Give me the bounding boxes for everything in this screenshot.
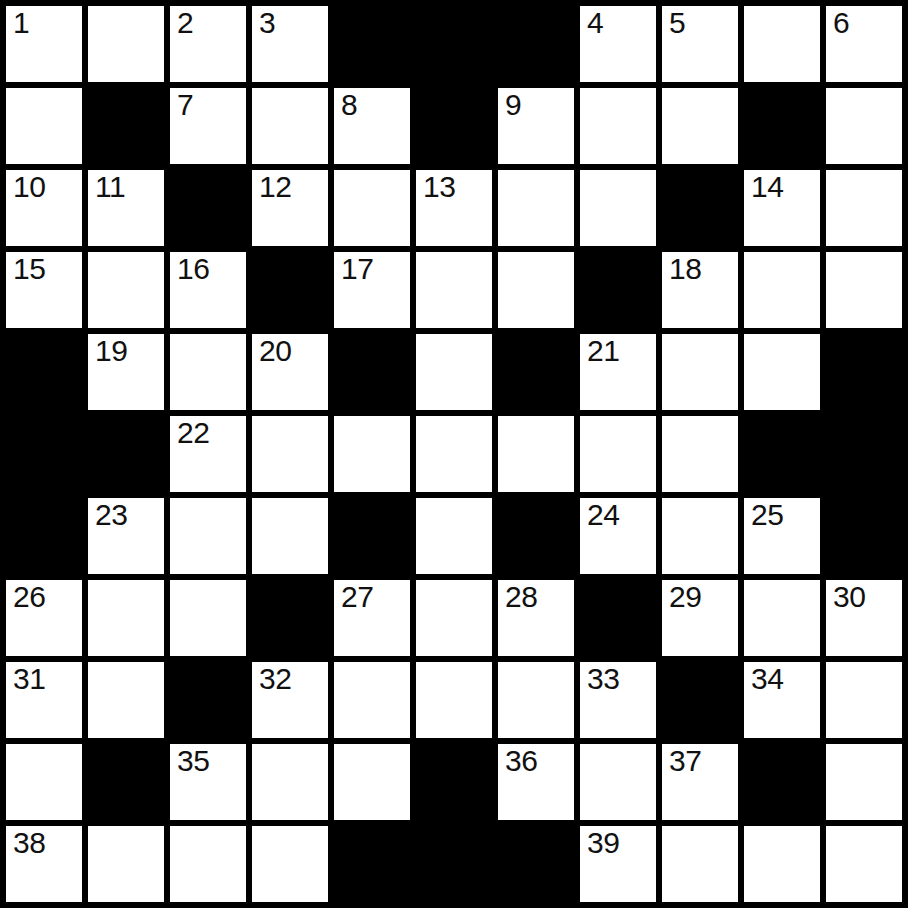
clue-number: 15 bbox=[13, 252, 45, 287]
white-cell[interactable] bbox=[252, 826, 328, 902]
clue-number: 5 bbox=[669, 6, 685, 41]
white-cell[interactable] bbox=[252, 416, 328, 492]
white-cell[interactable]: 16 bbox=[170, 252, 246, 328]
clue-number: 10 bbox=[13, 170, 45, 205]
clue-number: 26 bbox=[13, 580, 45, 615]
white-cell[interactable] bbox=[416, 334, 492, 410]
white-cell[interactable]: 15 bbox=[6, 252, 82, 328]
white-cell[interactable] bbox=[170, 826, 246, 902]
white-cell[interactable]: 22 bbox=[170, 416, 246, 492]
white-cell[interactable] bbox=[662, 498, 738, 574]
clue-number: 38 bbox=[13, 826, 45, 861]
white-cell[interactable]: 33 bbox=[580, 662, 656, 738]
white-cell[interactable] bbox=[416, 580, 492, 656]
black-cell bbox=[498, 498, 574, 574]
clue-number: 13 bbox=[423, 170, 455, 205]
white-cell[interactable] bbox=[744, 334, 820, 410]
black-cell bbox=[662, 662, 738, 738]
black-cell bbox=[498, 826, 574, 902]
black-cell bbox=[826, 416, 902, 492]
black-cell bbox=[334, 826, 410, 902]
white-cell[interactable] bbox=[498, 170, 574, 246]
white-cell[interactable]: 9 bbox=[498, 88, 574, 164]
black-cell bbox=[88, 88, 164, 164]
white-cell[interactable] bbox=[826, 826, 902, 902]
black-cell bbox=[334, 6, 410, 82]
clue-number: 24 bbox=[587, 498, 619, 533]
white-cell[interactable] bbox=[252, 498, 328, 574]
clue-number: 37 bbox=[669, 744, 701, 779]
clue-number: 25 bbox=[751, 498, 783, 533]
clue-number: 31 bbox=[13, 662, 45, 697]
black-cell bbox=[744, 88, 820, 164]
black-cell bbox=[498, 334, 574, 410]
white-cell[interactable] bbox=[580, 416, 656, 492]
white-cell[interactable]: 14 bbox=[744, 170, 820, 246]
clue-number: 32 bbox=[259, 662, 291, 697]
white-cell[interactable]: 20 bbox=[252, 334, 328, 410]
white-cell[interactable]: 21 bbox=[580, 334, 656, 410]
white-cell[interactable] bbox=[170, 580, 246, 656]
white-cell[interactable]: 3 bbox=[252, 6, 328, 82]
white-cell[interactable] bbox=[6, 88, 82, 164]
white-cell[interactable]: 29 bbox=[662, 580, 738, 656]
clue-number: 16 bbox=[177, 252, 209, 287]
white-cell[interactable]: 25 bbox=[744, 498, 820, 574]
white-cell[interactable] bbox=[662, 416, 738, 492]
clue-number: 34 bbox=[751, 662, 783, 697]
white-cell[interactable] bbox=[334, 170, 410, 246]
clue-number: 2 bbox=[177, 6, 193, 41]
white-cell[interactable]: 8 bbox=[334, 88, 410, 164]
white-cell[interactable]: 38 bbox=[6, 826, 82, 902]
white-cell[interactable] bbox=[416, 498, 492, 574]
white-cell[interactable] bbox=[744, 6, 820, 82]
clue-number: 17 bbox=[341, 252, 373, 287]
black-cell bbox=[416, 88, 492, 164]
black-cell bbox=[826, 498, 902, 574]
black-cell bbox=[170, 170, 246, 246]
clue-number: 22 bbox=[177, 416, 209, 451]
clue-number: 27 bbox=[341, 580, 373, 615]
black-cell bbox=[252, 252, 328, 328]
white-cell[interactable] bbox=[498, 662, 574, 738]
white-cell[interactable] bbox=[744, 580, 820, 656]
clue-number: 12 bbox=[259, 170, 291, 205]
white-cell[interactable]: 36 bbox=[498, 744, 574, 820]
white-cell[interactable]: 1 bbox=[6, 6, 82, 82]
white-cell[interactable] bbox=[826, 662, 902, 738]
white-cell[interactable] bbox=[662, 334, 738, 410]
white-cell[interactable] bbox=[580, 170, 656, 246]
clue-number: 33 bbox=[587, 662, 619, 697]
white-cell[interactable] bbox=[662, 826, 738, 902]
white-cell[interactable] bbox=[826, 88, 902, 164]
black-cell bbox=[744, 416, 820, 492]
white-cell[interactable] bbox=[88, 252, 164, 328]
black-cell bbox=[334, 498, 410, 574]
white-cell[interactable] bbox=[416, 662, 492, 738]
white-cell[interactable]: 31 bbox=[6, 662, 82, 738]
black-cell bbox=[170, 662, 246, 738]
white-cell[interactable]: 17 bbox=[334, 252, 410, 328]
clue-number: 7 bbox=[177, 88, 193, 123]
clue-number: 30 bbox=[833, 580, 865, 615]
clue-number: 23 bbox=[95, 498, 127, 533]
white-cell[interactable] bbox=[580, 88, 656, 164]
white-cell[interactable]: 19 bbox=[88, 334, 164, 410]
black-cell bbox=[334, 334, 410, 410]
white-cell[interactable] bbox=[170, 334, 246, 410]
crossword-grid: 1234567891011121314151617181920212223242… bbox=[0, 0, 908, 908]
clue-number: 14 bbox=[751, 170, 783, 205]
white-cell[interactable]: 13 bbox=[416, 170, 492, 246]
white-cell[interactable]: 26 bbox=[6, 580, 82, 656]
clue-number: 39 bbox=[587, 826, 619, 861]
white-cell[interactable]: 6 bbox=[826, 6, 902, 82]
white-cell[interactable] bbox=[416, 252, 492, 328]
black-cell bbox=[416, 826, 492, 902]
white-cell[interactable] bbox=[826, 170, 902, 246]
black-cell bbox=[252, 580, 328, 656]
clue-number: 4 bbox=[587, 6, 603, 41]
clue-number: 35 bbox=[177, 744, 209, 779]
white-cell[interactable]: 11 bbox=[88, 170, 164, 246]
black-cell bbox=[580, 252, 656, 328]
black-cell bbox=[580, 580, 656, 656]
white-cell[interactable]: 37 bbox=[662, 744, 738, 820]
white-cell[interactable]: 5 bbox=[662, 6, 738, 82]
white-cell[interactable] bbox=[334, 744, 410, 820]
white-cell[interactable] bbox=[88, 6, 164, 82]
white-cell[interactable] bbox=[170, 498, 246, 574]
white-cell[interactable]: 30 bbox=[826, 580, 902, 656]
white-cell[interactable]: 23 bbox=[88, 498, 164, 574]
black-cell bbox=[498, 6, 574, 82]
black-cell bbox=[662, 170, 738, 246]
white-cell[interactable]: 28 bbox=[498, 580, 574, 656]
clue-number: 21 bbox=[587, 334, 619, 369]
white-cell[interactable]: 4 bbox=[580, 6, 656, 82]
clue-number: 20 bbox=[259, 334, 291, 369]
white-cell[interactable] bbox=[88, 826, 164, 902]
white-cell[interactable] bbox=[252, 88, 328, 164]
white-cell[interactable]: 32 bbox=[252, 662, 328, 738]
white-cell[interactable]: 35 bbox=[170, 744, 246, 820]
black-cell bbox=[6, 498, 82, 574]
clue-number: 18 bbox=[669, 252, 701, 287]
black-cell bbox=[88, 416, 164, 492]
black-cell bbox=[744, 744, 820, 820]
white-cell[interactable] bbox=[498, 416, 574, 492]
clue-number: 28 bbox=[505, 580, 537, 615]
white-cell[interactable] bbox=[826, 252, 902, 328]
white-cell[interactable] bbox=[580, 744, 656, 820]
white-cell[interactable]: 24 bbox=[580, 498, 656, 574]
white-cell[interactable] bbox=[6, 744, 82, 820]
white-cell[interactable] bbox=[334, 662, 410, 738]
white-cell[interactable]: 39 bbox=[580, 826, 656, 902]
white-cell[interactable]: 12 bbox=[252, 170, 328, 246]
white-cell[interactable]: 2 bbox=[170, 6, 246, 82]
white-cell[interactable]: 34 bbox=[744, 662, 820, 738]
clue-number: 36 bbox=[505, 744, 537, 779]
white-cell[interactable]: 7 bbox=[170, 88, 246, 164]
white-cell[interactable]: 10 bbox=[6, 170, 82, 246]
black-cell bbox=[416, 6, 492, 82]
white-cell[interactable]: 27 bbox=[334, 580, 410, 656]
black-cell bbox=[416, 744, 492, 820]
white-cell[interactable] bbox=[88, 580, 164, 656]
black-cell bbox=[6, 416, 82, 492]
white-cell[interactable] bbox=[416, 416, 492, 492]
clue-number: 9 bbox=[505, 88, 521, 123]
white-cell[interactable] bbox=[498, 252, 574, 328]
white-cell[interactable] bbox=[744, 252, 820, 328]
white-cell[interactable] bbox=[744, 826, 820, 902]
black-cell bbox=[826, 334, 902, 410]
white-cell[interactable] bbox=[334, 416, 410, 492]
white-cell[interactable] bbox=[662, 88, 738, 164]
white-cell[interactable] bbox=[826, 744, 902, 820]
white-cell[interactable]: 18 bbox=[662, 252, 738, 328]
clue-number: 11 bbox=[95, 170, 125, 205]
white-cell[interactable] bbox=[88, 662, 164, 738]
clue-number: 29 bbox=[669, 580, 701, 615]
clue-number: 8 bbox=[341, 88, 357, 123]
clue-number: 6 bbox=[833, 6, 849, 41]
clue-number: 1 bbox=[13, 6, 29, 41]
clue-number: 3 bbox=[259, 6, 275, 41]
clue-number: 19 bbox=[95, 334, 127, 369]
white-cell[interactable] bbox=[252, 744, 328, 820]
black-cell bbox=[6, 334, 82, 410]
black-cell bbox=[88, 744, 164, 820]
